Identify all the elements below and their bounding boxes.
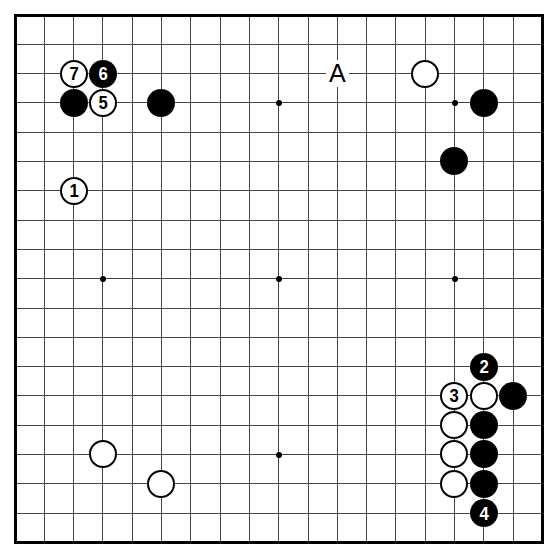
stone-black-R5 [469,411,498,440]
black-stone [470,470,498,498]
stone-white-F3 [147,469,176,498]
black-stone [147,89,175,117]
white-stone: 3 [440,382,468,410]
stone-number: 3 [450,386,459,405]
black-stone [470,411,498,439]
black-stone [60,89,88,117]
stone-white-C17: 7 [59,59,88,88]
white-stone [440,440,468,468]
stone-black-R3 [469,469,498,498]
stone-number: 5 [98,93,107,112]
white-stone [440,470,468,498]
black-stone [499,382,527,410]
white-stone [147,470,175,498]
stone-number: 4 [479,504,488,523]
black-stone: 6 [89,60,117,88]
go-diagram: 7651234A [0,0,560,560]
stone-black-S6 [498,381,527,410]
white-stone [89,440,117,468]
black-stone: 2 [470,353,498,381]
stone-number: 1 [69,181,78,200]
black-stone [470,89,498,117]
stone-black-R7: 2 [469,352,498,381]
stone-white-D4 [88,440,117,469]
annotation-letter: A [326,60,349,87]
stone-number: 6 [98,64,107,83]
stone-white-Q4 [440,440,469,469]
black-stone: 4 [470,499,498,527]
stone-black-Q14 [440,147,469,176]
black-stone [440,147,468,175]
annotation-M17: A [323,59,352,88]
stone-black-R16 [469,88,498,117]
stone-white-D16: 5 [88,88,117,117]
black-stone [470,440,498,468]
white-stone: 5 [89,89,117,117]
stone-white-R6 [469,381,498,410]
stone-white-Q6: 3 [440,381,469,410]
white-stone [470,382,498,410]
stone-white-C13: 1 [59,176,88,205]
stone-black-R2: 4 [469,498,498,527]
stone-black-C16 [59,88,88,117]
white-stone: 7 [60,60,88,88]
stone-white-Q3 [440,469,469,498]
stone-number: 7 [69,64,78,83]
go-board: 7651234A [0,0,557,557]
stone-white-P17 [411,59,440,88]
stone-white-Q5 [440,411,469,440]
white-stone [440,411,468,439]
stone-black-R4 [469,440,498,469]
white-stone: 1 [60,177,88,205]
stone-black-D17: 6 [88,59,117,88]
stone-number: 2 [479,357,488,376]
white-stone [411,60,439,88]
stone-black-F16 [147,88,176,117]
